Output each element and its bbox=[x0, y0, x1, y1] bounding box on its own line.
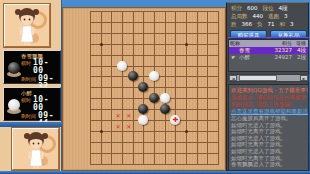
join-leave-message: 如烟时光进入了游戏。 bbox=[231, 122, 307, 129]
black-stone bbox=[138, 104, 148, 114]
game-window: 春雪飘飘 棋时10-00 剩时间09-32 还手 1 小醉 棋时10-00 剩时… bbox=[0, 0, 310, 174]
player-score: 24927 bbox=[266, 54, 292, 61]
window-bottom-border bbox=[0, 171, 310, 174]
chibi-girl-illustration bbox=[14, 130, 58, 170]
join-leave-message: 忘心魔披风离开了游戏。 bbox=[231, 115, 307, 122]
gomoku-board: ✕✕✕✕✚ bbox=[62, 7, 226, 171]
info-panel: 积分600段位4段 总局数440逃跑3 胜366负71和3 购买道具 兑换礼品 … bbox=[226, 2, 309, 171]
player-column: 春雪飘飘 棋时10-00 剩时间09-32 还手 1 小醉 棋时10-00 剩时… bbox=[0, 0, 62, 171]
stat-label: 胜 bbox=[231, 21, 237, 27]
list-divider bbox=[228, 37, 309, 38]
stat-value: 4段 bbox=[279, 5, 288, 11]
white-stone bbox=[149, 71, 159, 81]
scrollbar-thumb[interactable] bbox=[239, 75, 277, 81]
player-rows: 春雪323274段☛小醉249272段 bbox=[229, 47, 308, 61]
white-stone bbox=[138, 115, 148, 125]
player-list: 昵称 积分 等级 春雪323274段☛小醉249272段 bbox=[228, 39, 309, 72]
star-point bbox=[100, 130, 103, 133]
top-player-avatar bbox=[4, 4, 50, 47]
player-name: 春雪 bbox=[238, 47, 266, 54]
star-point bbox=[185, 43, 188, 46]
stat-value: 3 bbox=[290, 21, 294, 27]
white-stone-icon bbox=[8, 99, 20, 111]
header-score: 积分 bbox=[266, 40, 292, 47]
pointer-hand-icon: ☛ bbox=[229, 54, 238, 61]
black-stone-icon bbox=[8, 62, 20, 74]
board-grid[interactable]: ✕✕✕✕✚ bbox=[90, 11, 219, 165]
stat-label: 总局数 bbox=[231, 13, 248, 19]
black-player-clock-panel: 春雪飘飘 棋时10-00 剩时间09-32 还手 1 bbox=[3, 50, 61, 84]
player-rank: 4段 bbox=[292, 47, 308, 54]
white-total-time: 10-00 bbox=[33, 96, 59, 112]
header-name: 昵称 bbox=[229, 40, 266, 47]
scroll-left-button[interactable]: ◄ bbox=[229, 75, 237, 81]
time-label: 棋时 bbox=[21, 96, 31, 104]
forbidden-point-mark: ✕ bbox=[125, 112, 133, 120]
last-move-marker: ✚ bbox=[170, 115, 180, 125]
white-stone bbox=[160, 93, 170, 103]
white-stone bbox=[117, 61, 127, 71]
stats-panel: 积分600段位4段 总局数440逃跑3 胜366负71和3 购买道具 兑换礼品 bbox=[229, 4, 308, 41]
stat-value: 440 bbox=[253, 13, 264, 19]
remain-label: 剩时间 bbox=[21, 75, 36, 83]
join-leave-message: 春雪飘飘进入了游戏。 bbox=[231, 161, 307, 168]
stat-label: 积分 bbox=[231, 5, 242, 11]
star-point bbox=[100, 43, 103, 46]
scrollbar-track[interactable] bbox=[237, 75, 300, 81]
player-row[interactable]: 春雪323274段 bbox=[229, 47, 308, 54]
stat-label: 和 bbox=[280, 21, 286, 27]
help-link[interactable]: 点击这里查看游戏帮助和最新活动 bbox=[231, 107, 307, 115]
system-notice: 系统提示: 请勿轻信任何索要密码的信息, 谨防上当受骗! bbox=[231, 94, 307, 107]
black-stone bbox=[138, 82, 148, 92]
black-stone bbox=[149, 93, 159, 103]
player-rank: 2段 bbox=[292, 54, 308, 61]
bottom-player-avatar bbox=[12, 128, 59, 170]
black-stone bbox=[160, 104, 170, 114]
white-stone: ✚ bbox=[170, 115, 180, 125]
forbidden-point-mark: ✕ bbox=[114, 123, 122, 131]
join-leave-message: 如烟时光离开了游戏。 bbox=[231, 128, 307, 135]
black-stone bbox=[128, 71, 138, 81]
stat-label: 段位 bbox=[263, 5, 274, 11]
join-leave-message: 如烟时光离开了游戏。 bbox=[231, 141, 307, 148]
stat-label: 逃跑 bbox=[268, 13, 279, 19]
chat-area: 欢迎来到QQ游戏 - 五子棋世界!🔔 系统提示: 请勿轻信任何索要密码的信息, … bbox=[228, 84, 309, 171]
stats-row-2: 总局数440逃跑3 bbox=[229, 12, 308, 20]
forbidden-point-mark: ✕ bbox=[125, 123, 133, 131]
join-leave-message: 如烟时光进入了游戏。 bbox=[231, 135, 307, 142]
player-row[interactable]: ☛小醉249272段 bbox=[229, 54, 308, 61]
player-name: 小醉 bbox=[238, 54, 266, 61]
stat-label: 负 bbox=[257, 21, 263, 27]
stat-value: 3 bbox=[284, 13, 288, 19]
welcome-message: 欢迎来到QQ游戏 - 五子棋世界!🔔 bbox=[231, 87, 307, 94]
player-list-header: 昵称 积分 等级 bbox=[229, 40, 308, 47]
stats-row-1: 积分600段位4段 bbox=[229, 4, 308, 12]
join-leave-message: 如烟时光进入了游戏。 bbox=[231, 148, 307, 155]
star-point bbox=[185, 130, 188, 133]
horizontal-scrollbar[interactable]: ◄ ► bbox=[228, 74, 309, 82]
scroll-right-button[interactable]: ► bbox=[300, 75, 308, 81]
white-player-clock-panel: 小醉 棋时10-00 剩时间09-44 还手 1 bbox=[3, 87, 61, 121]
forbidden-point-mark: ✕ bbox=[114, 112, 122, 120]
time-label: 棋时 bbox=[21, 59, 31, 67]
stats-row-3: 胜366负71和3 bbox=[229, 20, 308, 28]
chat-messages: 忘心魔披风离开了游戏。如烟时光进入了游戏。如烟时光离开了游戏。如烟时光进入了游戏… bbox=[231, 115, 307, 168]
bell-icon: 🔔 bbox=[308, 87, 309, 93]
panel-divider bbox=[0, 122, 62, 127]
chibi-girl-illustration bbox=[5, 6, 49, 46]
remain-label: 剩时间 bbox=[21, 112, 36, 120]
header-rank: 等级 bbox=[292, 40, 308, 47]
player-score: 32327 bbox=[266, 47, 292, 54]
stat-value: 366 bbox=[242, 21, 253, 27]
black-total-time: 10-00 bbox=[33, 59, 59, 75]
join-leave-message: 如烟时光离开了游戏。 bbox=[231, 155, 307, 162]
stat-value: 600 bbox=[247, 5, 258, 11]
stat-value: 71 bbox=[268, 21, 275, 27]
